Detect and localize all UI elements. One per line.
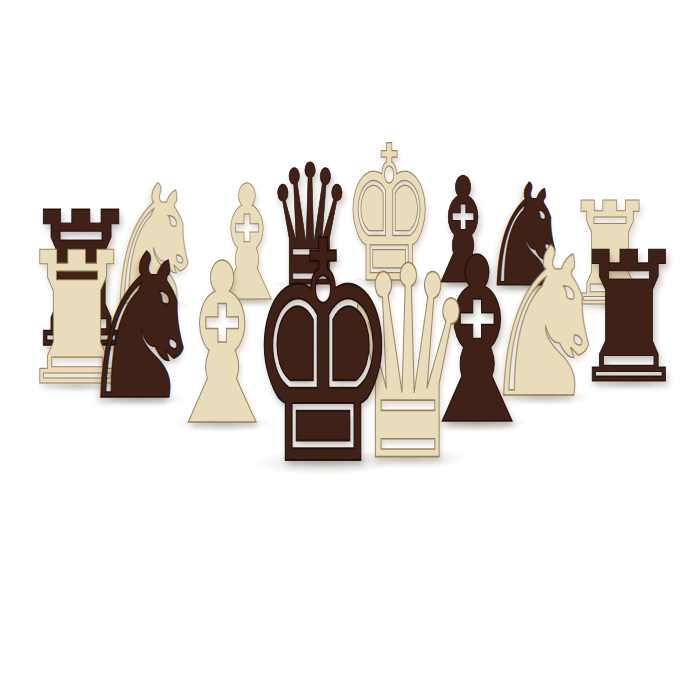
photo-stage: ♜♞♝♛♚♝♞♜♜♞♝♚♛♝♞♜ <box>0 0 700 700</box>
dark-king-front: ♚ <box>248 236 398 474</box>
page: { "game": "chess", "scene": { "descripti… <box>0 0 700 700</box>
